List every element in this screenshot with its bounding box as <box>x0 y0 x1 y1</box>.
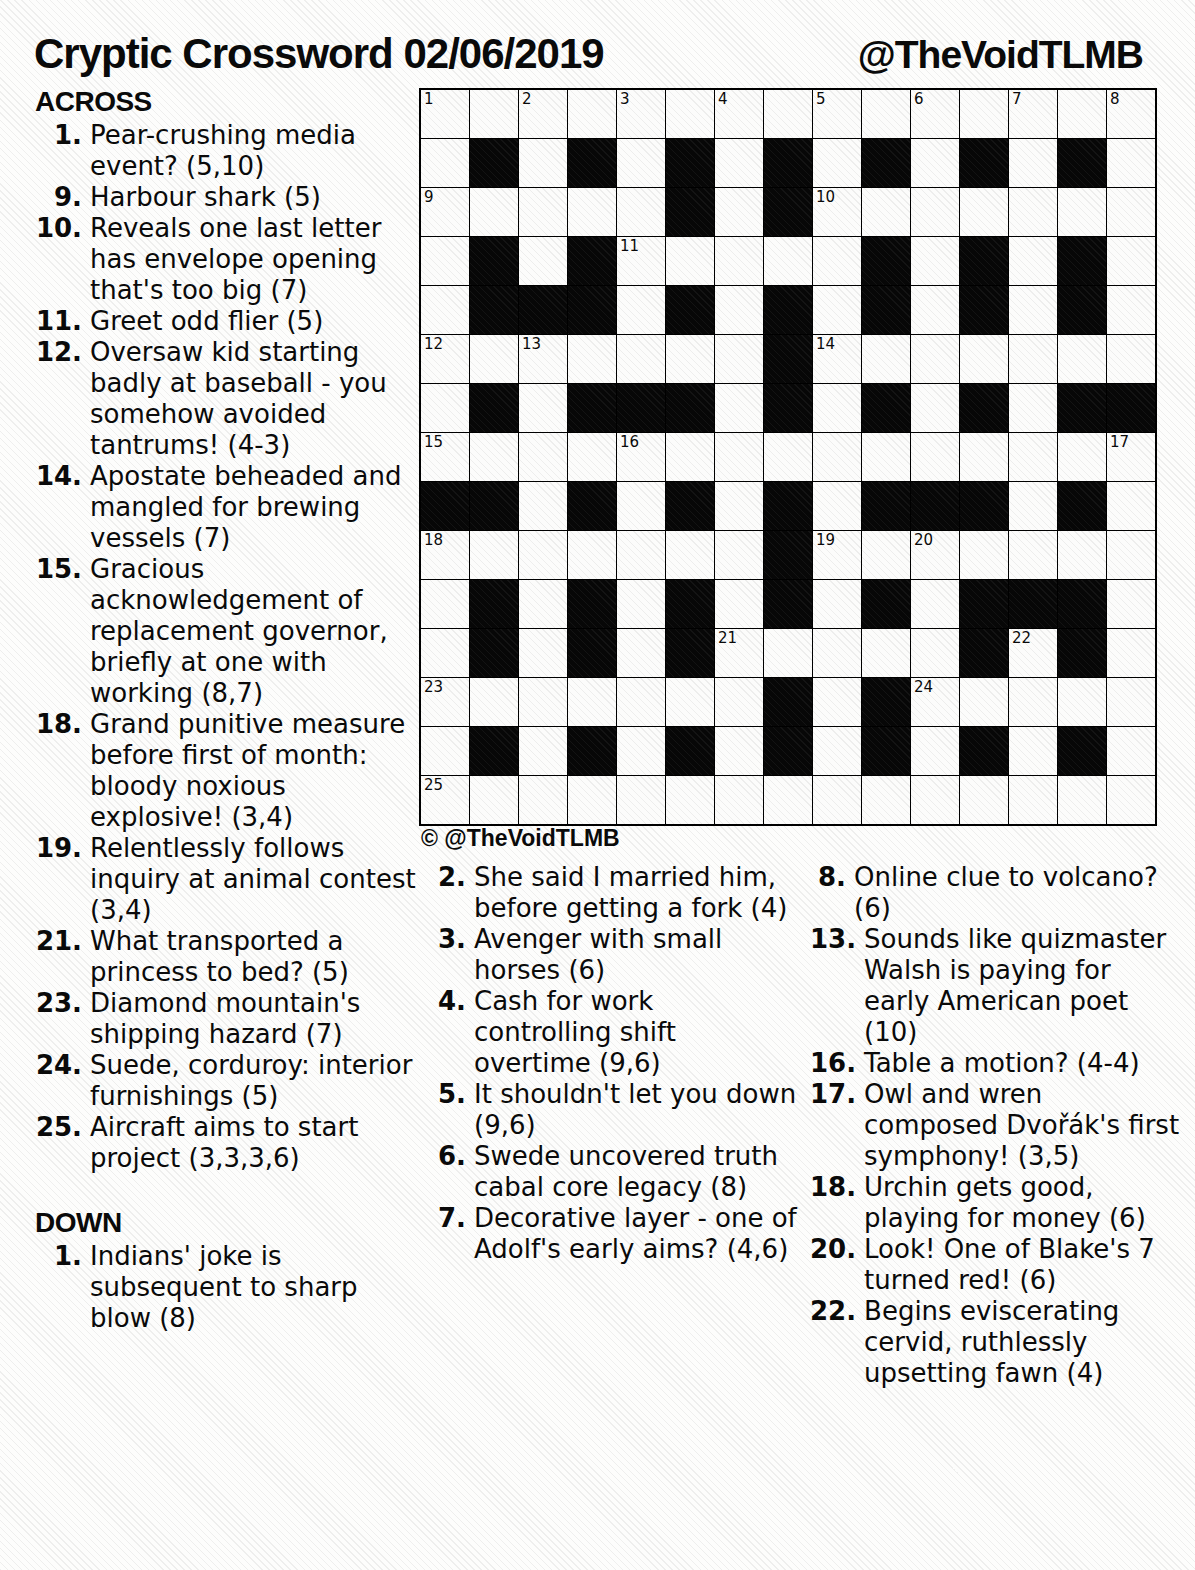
grid-cell[interactable] <box>764 776 812 824</box>
cell-number: 14 <box>816 336 835 353</box>
black-cell <box>470 384 518 432</box>
grid-cell[interactable] <box>862 335 910 383</box>
black-cell <box>568 727 616 775</box>
black-cell <box>1058 286 1106 334</box>
black-cell <box>960 727 1008 775</box>
cell-number: 1 <box>424 91 434 108</box>
black-cell <box>666 139 714 187</box>
clue: 24.Suede, corduroy: interior furnishings… <box>35 1050 419 1112</box>
grid-cell[interactable] <box>666 776 714 824</box>
black-cell <box>862 580 910 628</box>
clue-number: 2. <box>430 862 474 893</box>
grid-cell[interactable] <box>911 629 959 677</box>
grid-cell[interactable] <box>519 237 567 285</box>
black-cell <box>470 629 518 677</box>
clue-number: 3. <box>430 924 474 955</box>
black-cell <box>1058 580 1106 628</box>
grid-cell[interactable] <box>421 384 469 432</box>
grid-cell[interactable]: 8 <box>1107 90 1155 138</box>
grid-cell[interactable] <box>617 482 665 530</box>
grid-cell[interactable] <box>519 482 567 530</box>
grid-cell[interactable] <box>617 629 665 677</box>
grid-cell[interactable]: 14 <box>813 335 861 383</box>
clue: 14.Apostate beheaded and mangled for bre… <box>35 461 419 554</box>
grid-cell[interactable] <box>519 776 567 824</box>
clue-text: Suede, corduroy: interior furnishings (5… <box>90 1050 419 1112</box>
grid-cell[interactable] <box>666 237 714 285</box>
grid-cell[interactable] <box>862 776 910 824</box>
grid-cell[interactable]: 7 <box>1009 90 1057 138</box>
grid-cell[interactable]: 10 <box>813 188 861 236</box>
clue: 1.Indians' joke is subsequent to sharp b… <box>35 1241 419 1334</box>
black-cell <box>470 727 518 775</box>
grid-cell[interactable] <box>470 90 518 138</box>
copyright-line: © @TheVoidTLMB <box>421 825 620 852</box>
clue-text: Owl and wren composed Dvořák's first sym… <box>864 1079 1182 1172</box>
black-cell <box>764 727 812 775</box>
clue-number: 5. <box>430 1079 474 1110</box>
grid-cell[interactable] <box>421 139 469 187</box>
grid-cell[interactable] <box>470 433 518 481</box>
clue: 10.Reveals one last letter has envelope … <box>35 213 419 306</box>
clue: 18.Urchin gets good, playing for money (… <box>810 1172 1182 1234</box>
grid-cell[interactable] <box>519 433 567 481</box>
down-clue-list-left: 1.Indians' joke is subsequent to sharp b… <box>35 1241 419 1334</box>
grid-cell[interactable] <box>813 629 861 677</box>
cell-number: 4 <box>718 91 728 108</box>
grid-cell[interactable] <box>617 286 665 334</box>
page: Cryptic Crossword 02/06/2019 @TheVoidTLM… <box>0 0 1195 1570</box>
cell-number: 5 <box>816 91 826 108</box>
clue-column-left: ACROSS 1.Pear-crushing media event? (5,1… <box>35 86 419 1334</box>
grid-cell[interactable]: 18 <box>421 531 469 579</box>
grid-cell[interactable] <box>715 776 763 824</box>
grid-cell[interactable] <box>1058 90 1106 138</box>
black-cell <box>1058 629 1106 677</box>
grid-cell[interactable] <box>960 531 1008 579</box>
grid-cell[interactable] <box>1058 188 1106 236</box>
clue-text: Table a motion? (4-4) <box>864 1048 1182 1079</box>
clue-text: Indians' joke is subsequent to sharp blo… <box>90 1241 419 1334</box>
black-cell <box>764 335 812 383</box>
grid-cell[interactable]: 2 <box>519 90 567 138</box>
grid-cell[interactable] <box>617 531 665 579</box>
grid-cell[interactable] <box>421 727 469 775</box>
black-cell <box>421 482 469 530</box>
grid-cell[interactable] <box>519 727 567 775</box>
black-cell <box>764 188 812 236</box>
grid-cell[interactable] <box>1009 727 1057 775</box>
black-cell <box>1009 580 1057 628</box>
grid-cell[interactable] <box>813 237 861 285</box>
grid-cell[interactable] <box>813 776 861 824</box>
clue-text: Cash for work controlling shift overtime… <box>474 986 798 1079</box>
grid-cell[interactable]: 5 <box>813 90 861 138</box>
grid-cell[interactable]: 23 <box>421 678 469 726</box>
grid-cell[interactable] <box>911 433 959 481</box>
clue: 19.Relentlessly follows inquiry at anima… <box>35 833 419 926</box>
grid-cell[interactable] <box>568 776 616 824</box>
clue-number: 1. <box>35 1241 90 1272</box>
black-cell <box>960 482 1008 530</box>
grid-cell[interactable] <box>862 531 910 579</box>
grid-cell[interactable] <box>813 482 861 530</box>
clue-number: 16. <box>810 1048 864 1079</box>
clue-number: 4. <box>430 986 474 1017</box>
grid-cell[interactable] <box>1009 237 1057 285</box>
author-handle: @TheVoidTLMB <box>858 33 1143 77</box>
clue-column-right: 8.Online clue to volcano? (6)13.Sounds l… <box>810 862 1182 1389</box>
grid-cell[interactable] <box>1107 237 1155 285</box>
grid-cell[interactable] <box>568 90 616 138</box>
grid-cell[interactable] <box>715 727 763 775</box>
black-cell <box>470 139 518 187</box>
grid-cell[interactable] <box>1009 531 1057 579</box>
black-cell <box>470 286 518 334</box>
down-clue-list-right: 8.Online clue to volcano? (6)13.Sounds l… <box>810 862 1182 1389</box>
grid-cell[interactable] <box>911 580 959 628</box>
black-cell <box>764 482 812 530</box>
grid-cell[interactable] <box>1009 335 1057 383</box>
grid-cell[interactable] <box>862 90 910 138</box>
clue-number: 10. <box>35 213 90 244</box>
clue: 13.Sounds like quizmaster Walsh is payin… <box>810 924 1182 1048</box>
grid-cell[interactable] <box>421 629 469 677</box>
black-cell <box>666 580 714 628</box>
grid-cell[interactable] <box>764 433 812 481</box>
grid-cell[interactable] <box>617 335 665 383</box>
grid-cell[interactable] <box>470 188 518 236</box>
grid-cell[interactable] <box>1107 286 1155 334</box>
black-cell <box>519 286 567 334</box>
grid-cell[interactable] <box>1107 531 1155 579</box>
grid-cell[interactable] <box>666 433 714 481</box>
grid-cell[interactable]: 17 <box>1107 433 1155 481</box>
grid-cell[interactable] <box>1107 580 1155 628</box>
grid-cell[interactable] <box>1009 286 1057 334</box>
grid-cell[interactable] <box>813 433 861 481</box>
clue: 7.Decorative layer - one of Adolf's earl… <box>430 1203 798 1265</box>
clue-text: Pear-crushing media event? (5,10) <box>90 120 419 182</box>
black-cell <box>862 237 910 285</box>
black-cell <box>911 482 959 530</box>
grid-cell[interactable] <box>617 727 665 775</box>
clue-number: 18. <box>810 1172 864 1203</box>
grid-cell[interactable]: 13 <box>519 335 567 383</box>
clue: 8.Online clue to volcano? (6) <box>810 862 1182 924</box>
cell-number: 19 <box>816 532 835 549</box>
grid-cell[interactable] <box>960 90 1008 138</box>
grid-cell[interactable] <box>1009 482 1057 530</box>
grid-cell[interactable] <box>1058 776 1106 824</box>
black-cell <box>1058 482 1106 530</box>
grid-cell[interactable] <box>666 678 714 726</box>
grid-cell[interactable] <box>764 90 812 138</box>
black-cell <box>1058 727 1106 775</box>
grid-cell[interactable] <box>617 139 665 187</box>
grid-cell[interactable] <box>862 629 910 677</box>
clue-number: 23. <box>35 988 90 1019</box>
grid-cell[interactable] <box>715 384 763 432</box>
grid-cell[interactable] <box>617 188 665 236</box>
clue-number: 9. <box>35 182 90 213</box>
grid-cell[interactable] <box>470 531 518 579</box>
black-cell <box>1058 237 1106 285</box>
grid-cell[interactable] <box>568 678 616 726</box>
grid-cell[interactable] <box>519 139 567 187</box>
grid-cell[interactable] <box>421 580 469 628</box>
clue: 12.Oversaw kid starting badly at basebal… <box>35 337 419 461</box>
black-cell <box>470 482 518 530</box>
grid-cell[interactable] <box>617 580 665 628</box>
grid-cell[interactable] <box>617 776 665 824</box>
cell-number: 15 <box>424 434 443 451</box>
across-clue-list: 1.Pear-crushing media event? (5,10)9.Har… <box>35 120 419 1174</box>
grid-cell[interactable] <box>911 776 959 824</box>
black-cell <box>568 629 616 677</box>
grid-cell[interactable] <box>715 531 763 579</box>
grid-cell[interactable] <box>715 286 763 334</box>
grid-cell[interactable] <box>911 237 959 285</box>
grid-cell[interactable] <box>1009 384 1057 432</box>
black-cell <box>568 139 616 187</box>
cell-number: 2 <box>522 91 532 108</box>
grid-cell[interactable]: 15 <box>421 433 469 481</box>
black-cell <box>764 580 812 628</box>
grid-cell[interactable] <box>1107 727 1155 775</box>
grid-cell[interactable] <box>666 531 714 579</box>
grid-cell[interactable] <box>764 237 812 285</box>
clue-text: It shouldn't let you down (9,6) <box>474 1079 798 1141</box>
grid-cell[interactable] <box>911 727 959 775</box>
grid-cell[interactable] <box>1107 776 1155 824</box>
grid-cell[interactable] <box>617 678 665 726</box>
grid-cell[interactable]: 9 <box>421 188 469 236</box>
grid-cell[interactable] <box>862 433 910 481</box>
grid-cell[interactable] <box>715 237 763 285</box>
grid-cell[interactable] <box>1107 139 1155 187</box>
clue-text: Avenger with small horses (6) <box>474 924 798 986</box>
grid-cell[interactable] <box>1009 433 1057 481</box>
black-cell <box>470 237 518 285</box>
grid-cell[interactable] <box>813 580 861 628</box>
grid-cell[interactable] <box>1107 188 1155 236</box>
grid-cell[interactable] <box>421 286 469 334</box>
grid-cell[interactable]: 25 <box>421 776 469 824</box>
cell-number: 11 <box>620 238 639 255</box>
black-cell <box>960 629 1008 677</box>
black-cell <box>617 384 665 432</box>
grid-cell[interactable]: 1 <box>421 90 469 138</box>
grid-cell[interactable] <box>1058 678 1106 726</box>
grid-cell[interactable] <box>1009 776 1057 824</box>
clue-number: 1. <box>35 120 90 151</box>
grid-cell[interactable] <box>470 678 518 726</box>
clue-text: Urchin gets good, playing for money (6) <box>864 1172 1182 1234</box>
grid-cell[interactable]: 16 <box>617 433 665 481</box>
grid-cell[interactable]: 11 <box>617 237 665 285</box>
cell-number: 25 <box>424 777 443 794</box>
black-cell <box>666 384 714 432</box>
grid-cell[interactable] <box>470 335 518 383</box>
black-cell <box>960 237 1008 285</box>
cell-number: 9 <box>424 189 434 206</box>
grid-cell[interactable]: 12 <box>421 335 469 383</box>
grid-cell[interactable] <box>666 90 714 138</box>
grid-cell[interactable] <box>715 433 763 481</box>
clue: 3.Avenger with small horses (6) <box>430 924 798 986</box>
clue-text: Relentlessly follows inquiry at animal c… <box>90 833 419 926</box>
grid-cell[interactable]: 19 <box>813 531 861 579</box>
grid-cell[interactable] <box>960 433 1008 481</box>
cell-number: 20 <box>914 532 933 549</box>
clue: 11.Greet odd flier (5) <box>35 306 419 337</box>
black-cell <box>666 482 714 530</box>
black-cell <box>568 482 616 530</box>
cell-number: 21 <box>718 630 737 647</box>
down-heading: DOWN <box>35 1207 419 1238</box>
clue-text: Sounds like quizmaster Walsh is paying f… <box>864 924 1182 1048</box>
grid-cell[interactable] <box>1058 531 1106 579</box>
grid-cell[interactable] <box>470 776 518 824</box>
grid-cell[interactable] <box>862 188 910 236</box>
grid-cell[interactable] <box>813 286 861 334</box>
grid-cell[interactable] <box>960 776 1008 824</box>
grid-cell[interactable] <box>568 531 616 579</box>
grid-cell[interactable] <box>568 188 616 236</box>
grid-cell[interactable] <box>813 139 861 187</box>
black-cell <box>666 727 714 775</box>
black-cell <box>764 139 812 187</box>
grid-cell[interactable] <box>519 531 567 579</box>
clue-text: Greet odd flier (5) <box>90 306 419 337</box>
black-cell <box>764 531 812 579</box>
grid-cell[interactable] <box>764 629 812 677</box>
grid-cell[interactable] <box>519 678 567 726</box>
crossword-grid[interactable]: 1234567891011121314151617181920212223242… <box>419 88 1157 826</box>
grid-cell[interactable] <box>666 335 714 383</box>
grid-cell[interactable] <box>813 384 861 432</box>
grid-cell[interactable] <box>911 384 959 432</box>
cell-number: 3 <box>620 91 630 108</box>
grid-cell[interactable] <box>911 286 959 334</box>
grid-cell[interactable] <box>960 188 1008 236</box>
grid-cell[interactable] <box>715 678 763 726</box>
cell-number: 6 <box>914 91 924 108</box>
clue: 20.Look! One of Blake's 7 turned red! (6… <box>810 1234 1182 1296</box>
clue-text: Aircraft aims to start project (3,3,3,6) <box>90 1112 419 1174</box>
grid-cell[interactable]: 21 <box>715 629 763 677</box>
clue: 25.Aircraft aims to start project (3,3,3… <box>35 1112 419 1174</box>
clue-text: Decorative layer - one of Adolf's early … <box>474 1203 798 1265</box>
grid-cell[interactable] <box>519 580 567 628</box>
grid-cell[interactable] <box>813 678 861 726</box>
cell-number: 16 <box>620 434 639 451</box>
grid-cell[interactable]: 22 <box>1009 629 1057 677</box>
grid-cell[interactable] <box>519 384 567 432</box>
grid-cell[interactable] <box>519 629 567 677</box>
black-cell <box>1058 139 1106 187</box>
clue-column-middle: 2.She said I married him, before getting… <box>430 862 798 1265</box>
clue-text: Online clue to volcano? (6) <box>854 862 1182 924</box>
black-cell <box>568 237 616 285</box>
grid-cell[interactable] <box>421 237 469 285</box>
grid-cell[interactable] <box>1107 335 1155 383</box>
black-cell <box>666 188 714 236</box>
black-cell <box>960 286 1008 334</box>
clue-number: 18. <box>35 709 90 740</box>
grid-cell[interactable] <box>1009 188 1057 236</box>
grid-cell[interactable] <box>1058 335 1106 383</box>
black-cell <box>862 727 910 775</box>
clue: 21.What transported a princess to bed? (… <box>35 926 419 988</box>
clue-text: Grand punitive measure before first of m… <box>90 709 419 833</box>
cell-number: 8 <box>1110 91 1120 108</box>
cell-number: 23 <box>424 679 443 696</box>
clue-text: She said I married him, before getting a… <box>474 862 798 924</box>
clue-number: 25. <box>35 1112 90 1143</box>
grid-cell[interactable] <box>960 335 1008 383</box>
clue-text: Begins eviscerating cervid, ruthlessly u… <box>864 1296 1182 1389</box>
clue-text: Diamond mountain's shipping hazard (7) <box>90 988 419 1050</box>
clue-text: Look! One of Blake's 7 turned red! (6) <box>864 1234 1182 1296</box>
grid-cell[interactable] <box>1107 482 1155 530</box>
clue: 1.Pear-crushing media event? (5,10) <box>35 120 419 182</box>
grid-cell[interactable]: 6 <box>911 90 959 138</box>
grid-cell[interactable] <box>715 139 763 187</box>
cell-number: 12 <box>424 336 443 353</box>
grid-cell[interactable] <box>1107 678 1155 726</box>
clue: 6.Swede uncovered truth cabal core legac… <box>430 1141 798 1203</box>
grid-cell[interactable] <box>715 482 763 530</box>
grid-cell[interactable] <box>911 188 959 236</box>
grid-cell[interactable] <box>715 188 763 236</box>
grid-cell[interactable] <box>1009 678 1057 726</box>
black-cell <box>568 384 616 432</box>
clue-number: 24. <box>35 1050 90 1081</box>
grid-cell[interactable] <box>715 580 763 628</box>
grid-cell[interactable] <box>960 678 1008 726</box>
grid-cell[interactable]: 24 <box>911 678 959 726</box>
grid-cell[interactable] <box>813 727 861 775</box>
grid-cell[interactable]: 3 <box>617 90 665 138</box>
clue-number: 19. <box>35 833 90 864</box>
black-cell <box>764 384 812 432</box>
grid-cell[interactable] <box>911 139 959 187</box>
clue-text: Harbour shark (5) <box>90 182 419 213</box>
grid-cell[interactable] <box>911 335 959 383</box>
grid-cell[interactable] <box>519 188 567 236</box>
grid-cell[interactable]: 20 <box>911 531 959 579</box>
grid-cell[interactable] <box>1058 433 1106 481</box>
clue: 2.She said I married him, before getting… <box>430 862 798 924</box>
clue-number: 20. <box>810 1234 864 1265</box>
clue: 23.Diamond mountain's shipping hazard (7… <box>35 988 419 1050</box>
grid-cell[interactable] <box>568 433 616 481</box>
page-title: Cryptic Crossword 02/06/2019 <box>34 30 604 78</box>
clue-text: Reveals one last letter has envelope ope… <box>90 213 419 306</box>
grid-cell[interactable] <box>1009 139 1057 187</box>
clue: 18.Grand punitive measure before first o… <box>35 709 419 833</box>
grid-cell[interactable] <box>568 335 616 383</box>
cell-number: 13 <box>522 336 541 353</box>
grid-cell[interactable]: 4 <box>715 90 763 138</box>
clue: 9.Harbour shark (5) <box>35 182 419 213</box>
clue-text: Swede uncovered truth cabal core legacy … <box>474 1141 798 1203</box>
grid-cell[interactable] <box>715 335 763 383</box>
grid-cell[interactable] <box>1107 629 1155 677</box>
clue-number: 22. <box>810 1296 864 1327</box>
